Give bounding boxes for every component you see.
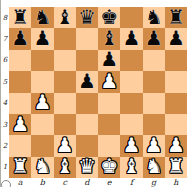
square-g1[interactable]: ♞: [143, 157, 165, 178]
square-a6[interactable]: [9, 50, 31, 71]
rank-label-1: 1: [1, 157, 9, 178]
piece-black-pawn[interactable]: ♟: [122, 28, 140, 48]
square-b4[interactable]: ♟: [31, 93, 53, 114]
rank-label-7: 7: [1, 28, 9, 49]
piece-black-queen[interactable]: ♛: [78, 7, 96, 27]
square-b7[interactable]: ♟: [31, 28, 53, 49]
piece-black-bishop[interactable]: ♝: [100, 28, 118, 48]
square-c4[interactable]: [54, 93, 76, 114]
circle-icon: [1, 180, 11, 187]
square-f4[interactable]: [120, 93, 142, 114]
piece-black-pawn[interactable]: ♟: [11, 28, 29, 48]
square-d8[interactable]: ♛: [76, 7, 98, 28]
square-e4[interactable]: [98, 93, 120, 114]
square-e1[interactable]: ♚: [98, 157, 120, 178]
file-label-g: g: [143, 178, 165, 187]
piece-white-pawn[interactable]: ♟: [33, 93, 51, 113]
square-b2[interactable]: [31, 135, 53, 156]
square-d1[interactable]: ♛: [76, 157, 98, 178]
file-label-f: f: [120, 178, 142, 187]
square-a1[interactable]: ♜: [9, 157, 31, 178]
square-c1[interactable]: ♝: [54, 157, 76, 178]
rank-labels: 87654321: [1, 7, 9, 178]
piece-white-king[interactable]: ♚: [100, 157, 118, 177]
piece-white-queen[interactable]: ♛: [78, 157, 96, 177]
square-e3[interactable]: [98, 114, 120, 135]
square-c2[interactable]: ♟: [54, 135, 76, 156]
chess-board[interactable]: ♜♞♝♛♚♞♜♟♟♝♟♟♟♟♟♟♟♟♟♟♟♟♜♞♝♛♚♝♞♜: [9, 7, 187, 178]
piece-black-pawn[interactable]: ♟: [33, 28, 51, 48]
piece-white-pawn[interactable]: ♟: [56, 135, 74, 155]
square-a8[interactable]: ♜: [9, 7, 31, 28]
square-g3[interactable]: [143, 114, 165, 135]
square-g5[interactable]: [143, 71, 165, 92]
square-a3[interactable]: ♟: [9, 114, 31, 135]
square-f2[interactable]: ♟: [120, 135, 142, 156]
square-d2[interactable]: [76, 135, 98, 156]
piece-black-rook[interactable]: ♜: [167, 7, 185, 27]
square-b3[interactable]: [31, 114, 53, 135]
square-e5[interactable]: ♟: [98, 71, 120, 92]
rank-label-8: 8: [1, 7, 9, 28]
square-h5[interactable]: [165, 71, 187, 92]
square-h2[interactable]: ♟: [165, 135, 187, 156]
piece-white-pawn[interactable]: ♟: [145, 135, 163, 155]
square-c7[interactable]: [54, 28, 76, 49]
square-d4[interactable]: [76, 93, 98, 114]
square-f5[interactable]: [120, 71, 142, 92]
square-f1[interactable]: ♝: [120, 157, 142, 178]
square-f3[interactable]: [120, 114, 142, 135]
piece-white-bishop[interactable]: ♝: [56, 157, 74, 177]
file-label-c: c: [54, 178, 76, 187]
square-g6[interactable]: [143, 50, 165, 71]
square-a7[interactable]: ♟: [9, 28, 31, 49]
piece-white-pawn[interactable]: ♟: [167, 135, 185, 155]
square-h3[interactable]: [165, 114, 187, 135]
square-b5[interactable]: [31, 71, 53, 92]
rank-label-3: 3: [1, 114, 9, 135]
piece-white-rook[interactable]: ♜: [11, 157, 29, 177]
square-h1[interactable]: ♜: [165, 157, 187, 178]
square-a4[interactable]: [9, 93, 31, 114]
square-c3[interactable]: [54, 114, 76, 135]
square-a5[interactable]: [9, 71, 31, 92]
square-e6[interactable]: ♟: [98, 50, 120, 71]
file-label-d: d: [76, 178, 98, 187]
square-h8[interactable]: ♜: [165, 7, 187, 28]
square-e2[interactable]: [98, 135, 120, 156]
piece-white-pawn[interactable]: ♟: [100, 71, 118, 91]
rank-label-2: 2: [1, 135, 9, 156]
file-label-b: b: [31, 178, 53, 187]
square-b6[interactable]: [31, 50, 53, 71]
square-f8[interactable]: [120, 7, 142, 28]
piece-black-pawn[interactable]: ♟: [78, 71, 96, 91]
piece-black-king[interactable]: ♚: [100, 7, 118, 27]
piece-black-bishop[interactable]: ♝: [56, 7, 74, 27]
square-h6[interactable]: [165, 50, 187, 71]
square-b1[interactable]: ♞: [31, 157, 53, 178]
piece-black-pawn[interactable]: ♟: [145, 28, 163, 48]
square-e7[interactable]: ♝: [98, 28, 120, 49]
rank-label-4: 4: [1, 93, 9, 114]
chess-board-panel: 87654321 ♜♞♝♛♚♞♜♟♟♝♟♟♟♟♟♟♟♟♟♟♟♟♜♞♝♛♚♝♞♜ …: [0, 0, 188, 187]
piece-black-pawn[interactable]: ♟: [100, 50, 118, 70]
square-h4[interactable]: [165, 93, 187, 114]
square-g2[interactable]: ♟: [143, 135, 165, 156]
square-h7[interactable]: ♟: [165, 28, 187, 49]
file-label-e: e: [98, 178, 120, 187]
square-g8[interactable]: ♞: [143, 7, 165, 28]
rank-label-6: 6: [1, 50, 9, 71]
square-d3[interactable]: [76, 114, 98, 135]
piece-white-pawn[interactable]: ♟: [122, 135, 140, 155]
file-labels: abcdefgh: [9, 178, 187, 187]
piece-black-pawn[interactable]: ♟: [167, 28, 185, 48]
square-g4[interactable]: [143, 93, 165, 114]
file-label-a: a: [9, 178, 31, 187]
square-c6[interactable]: [54, 50, 76, 71]
square-f6[interactable]: [120, 50, 142, 71]
piece-black-knight[interactable]: ♞: [145, 7, 163, 27]
piece-white-rook[interactable]: ♜: [167, 157, 185, 177]
piece-black-rook[interactable]: ♜: [11, 7, 29, 27]
file-label-h: h: [165, 178, 187, 187]
square-b8[interactable]: ♞: [31, 7, 53, 28]
piece-white-pawn[interactable]: ♟: [11, 114, 29, 134]
square-e8[interactable]: ♚: [98, 7, 120, 28]
square-d5[interactable]: ♟: [76, 71, 98, 92]
square-c5[interactable]: [54, 71, 76, 92]
square-g7[interactable]: ♟: [143, 28, 165, 49]
square-c8[interactable]: ♝: [54, 7, 76, 28]
piece-black-knight[interactable]: ♞: [33, 7, 51, 27]
square-a2[interactable]: [9, 135, 31, 156]
square-d7[interactable]: [76, 28, 98, 49]
rank-label-5: 5: [1, 71, 9, 92]
piece-white-knight[interactable]: ♞: [33, 157, 51, 177]
square-f7[interactable]: ♟: [120, 28, 142, 49]
piece-white-bishop[interactable]: ♝: [122, 157, 140, 177]
piece-white-knight[interactable]: ♞: [145, 157, 163, 177]
square-d6[interactable]: [76, 50, 98, 71]
